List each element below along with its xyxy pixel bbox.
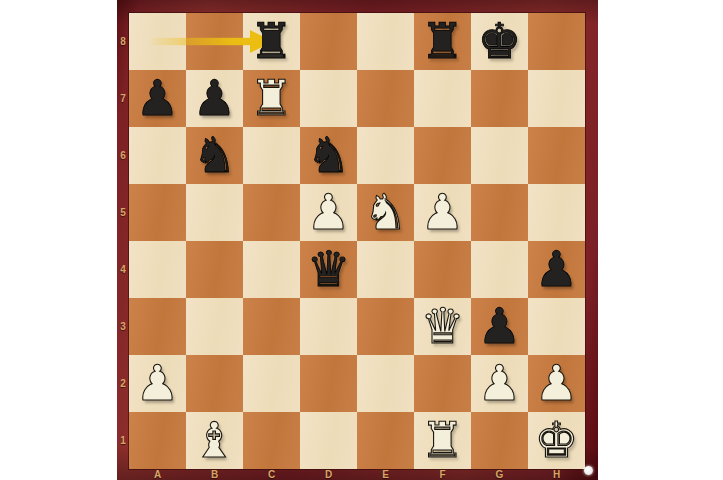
square-c4[interactable] xyxy=(243,241,300,298)
square-b8[interactable] xyxy=(186,13,243,70)
square-h5[interactable] xyxy=(528,184,585,241)
square-h4[interactable]: ♟ xyxy=(528,241,585,298)
piece-white-pawn-f5[interactable]: ♟ xyxy=(414,184,471,241)
square-b3[interactable] xyxy=(186,298,243,355)
square-g7[interactable] xyxy=(471,70,528,127)
square-c1[interactable] xyxy=(243,412,300,469)
square-b6[interactable]: ♞ xyxy=(186,127,243,184)
file-label-h: H xyxy=(528,469,585,480)
piece-black-queen-d4[interactable]: ♛ xyxy=(300,241,357,298)
piece-white-king-h1[interactable]: ♚ xyxy=(528,412,585,469)
square-g8[interactable]: ♚ xyxy=(471,13,528,70)
rank-label-6: 6 xyxy=(117,127,129,184)
square-a1[interactable] xyxy=(129,412,186,469)
file-label-e: E xyxy=(357,469,414,480)
piece-black-pawn-a7[interactable]: ♟ xyxy=(129,70,186,127)
piece-black-knight-d6[interactable]: ♞ xyxy=(300,127,357,184)
rank-label-4: 4 xyxy=(117,241,129,298)
rank-label-5: 5 xyxy=(117,184,129,241)
square-f5[interactable]: ♟ xyxy=(414,184,471,241)
square-e5[interactable]: ♞ xyxy=(357,184,414,241)
piece-white-pawn-h2[interactable]: ♟ xyxy=(528,355,585,412)
square-d3[interactable] xyxy=(300,298,357,355)
square-h8[interactable] xyxy=(528,13,585,70)
piece-black-rook-f8[interactable]: ♜ xyxy=(414,13,471,70)
square-c6[interactable] xyxy=(243,127,300,184)
square-c2[interactable] xyxy=(243,355,300,412)
square-b7[interactable]: ♟ xyxy=(186,70,243,127)
side-to-move-indicator xyxy=(584,466,593,475)
chess-board: ♜♜♚♟♟♜♞♞♟♞♟♛♟♛♟♟♟♟♝♜♚ xyxy=(129,13,585,469)
file-label-g: G xyxy=(471,469,528,480)
piece-white-bishop-b1[interactable]: ♝ xyxy=(186,412,243,469)
square-g5[interactable] xyxy=(471,184,528,241)
square-b1[interactable]: ♝ xyxy=(186,412,243,469)
piece-white-pawn-g2[interactable]: ♟ xyxy=(471,355,528,412)
square-d8[interactable] xyxy=(300,13,357,70)
square-b4[interactable] xyxy=(186,241,243,298)
square-c7[interactable]: ♜ xyxy=(243,70,300,127)
square-f3[interactable]: ♛ xyxy=(414,298,471,355)
file-label-c: C xyxy=(243,469,300,480)
square-e7[interactable] xyxy=(357,70,414,127)
piece-white-pawn-a2[interactable]: ♟ xyxy=(129,355,186,412)
piece-black-king-g8[interactable]: ♚ xyxy=(471,13,528,70)
square-f6[interactable] xyxy=(414,127,471,184)
file-label-f: F xyxy=(414,469,471,480)
square-g6[interactable] xyxy=(471,127,528,184)
piece-black-pawn-b7[interactable]: ♟ xyxy=(186,70,243,127)
square-e1[interactable] xyxy=(357,412,414,469)
square-c5[interactable] xyxy=(243,184,300,241)
square-a6[interactable] xyxy=(129,127,186,184)
square-b2[interactable] xyxy=(186,355,243,412)
square-f7[interactable] xyxy=(414,70,471,127)
square-f4[interactable] xyxy=(414,241,471,298)
square-h3[interactable] xyxy=(528,298,585,355)
file-label-d: D xyxy=(300,469,357,480)
square-h7[interactable] xyxy=(528,70,585,127)
square-e4[interactable] xyxy=(357,241,414,298)
rank-label-7: 7 xyxy=(117,70,129,127)
piece-black-rook-c8[interactable]: ♜ xyxy=(243,13,300,70)
file-label-b: B xyxy=(186,469,243,480)
board-frame: 87654321 ♜♜♚♟♟♜♞♞♟♞♟♛♟♛♟♟♟♟♝♜♚ ABCDEFGH xyxy=(117,0,598,480)
square-h1[interactable]: ♚ xyxy=(528,412,585,469)
square-f2[interactable] xyxy=(414,355,471,412)
square-g3[interactable]: ♟ xyxy=(471,298,528,355)
square-e6[interactable] xyxy=(357,127,414,184)
square-g2[interactable]: ♟ xyxy=(471,355,528,412)
square-d1[interactable] xyxy=(300,412,357,469)
square-d4[interactable]: ♛ xyxy=(300,241,357,298)
square-a8[interactable] xyxy=(129,13,186,70)
rank-label-2: 2 xyxy=(117,355,129,412)
square-a7[interactable]: ♟ xyxy=(129,70,186,127)
square-e2[interactable] xyxy=(357,355,414,412)
square-b5[interactable] xyxy=(186,184,243,241)
rank-label-3: 3 xyxy=(117,298,129,355)
square-a3[interactable] xyxy=(129,298,186,355)
rank-labels: 87654321 xyxy=(117,13,129,469)
rank-label-1: 1 xyxy=(117,412,129,469)
square-c8[interactable]: ♜ xyxy=(243,13,300,70)
piece-black-pawn-h4[interactable]: ♟ xyxy=(528,241,585,298)
square-c3[interactable] xyxy=(243,298,300,355)
piece-white-pawn-d5[interactable]: ♟ xyxy=(300,184,357,241)
square-a4[interactable] xyxy=(129,241,186,298)
piece-white-knight-e5[interactable]: ♞ xyxy=(357,184,414,241)
square-e8[interactable] xyxy=(357,13,414,70)
square-d6[interactable]: ♞ xyxy=(300,127,357,184)
file-label-a: A xyxy=(129,469,186,480)
piece-white-rook-c7[interactable]: ♜ xyxy=(243,70,300,127)
square-d2[interactable] xyxy=(300,355,357,412)
square-g4[interactable] xyxy=(471,241,528,298)
square-h2[interactable]: ♟ xyxy=(528,355,585,412)
piece-white-queen-f3[interactable]: ♛ xyxy=(414,298,471,355)
square-h6[interactable] xyxy=(528,127,585,184)
square-d5[interactable]: ♟ xyxy=(300,184,357,241)
rank-label-8: 8 xyxy=(117,13,129,70)
square-a5[interactable] xyxy=(129,184,186,241)
square-f8[interactable]: ♜ xyxy=(414,13,471,70)
square-g1[interactable] xyxy=(471,412,528,469)
file-labels: ABCDEFGH xyxy=(129,469,585,480)
piece-black-pawn-g3[interactable]: ♟ xyxy=(471,298,528,355)
square-e3[interactable] xyxy=(357,298,414,355)
piece-white-rook-f1[interactable]: ♜ xyxy=(414,412,471,469)
square-a2[interactable]: ♟ xyxy=(129,355,186,412)
square-f1[interactable]: ♜ xyxy=(414,412,471,469)
square-d7[interactable] xyxy=(300,70,357,127)
piece-black-knight-b6[interactable]: ♞ xyxy=(186,127,243,184)
